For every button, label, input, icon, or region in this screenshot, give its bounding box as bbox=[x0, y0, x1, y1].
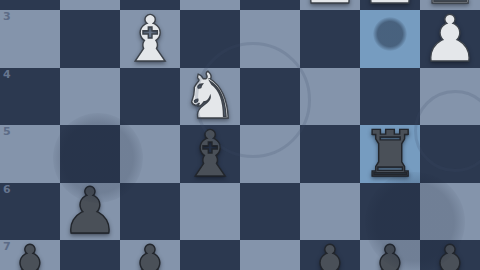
square-d7[interactable] bbox=[240, 240, 300, 270]
piece-white-pawn-b2[interactable]: ♟ bbox=[360, 0, 420, 10]
square-d5[interactable] bbox=[240, 125, 300, 183]
square-d6[interactable] bbox=[240, 183, 300, 241]
square-g3[interactable] bbox=[60, 10, 120, 68]
square-a4[interactable] bbox=[420, 68, 480, 126]
square-a7[interactable]: ♟ bbox=[420, 240, 480, 270]
rank-label-6: 6 bbox=[3, 184, 11, 195]
square-g6[interactable]: ♟ bbox=[60, 183, 120, 241]
square-h4[interactable]: 4 bbox=[0, 68, 60, 126]
square-f4[interactable] bbox=[120, 68, 180, 126]
rank-label-4: 4 bbox=[3, 69, 11, 80]
square-a3[interactable]: ♟ bbox=[420, 10, 480, 68]
square-d4[interactable] bbox=[240, 68, 300, 126]
piece-black-bishop-e5[interactable]: ♝ bbox=[180, 125, 240, 183]
square-g4[interactable] bbox=[60, 68, 120, 126]
square-h7[interactable]: 7♟ bbox=[0, 240, 60, 270]
square-f3[interactable]: ♝ bbox=[120, 10, 180, 68]
chess-board-screenshot: ♟♟♜3♝♟4♞5♝♜6♟7♟♟♟♟♟ bbox=[0, 0, 480, 270]
piece-white-bishop-f3[interactable]: ♝ bbox=[120, 10, 180, 68]
rank-label-5: 5 bbox=[3, 126, 11, 137]
square-f5[interactable] bbox=[120, 125, 180, 183]
piece-black-pawn-a7[interactable]: ♟ bbox=[420, 240, 480, 270]
piece-black-pawn-c7[interactable]: ♟ bbox=[300, 240, 360, 270]
square-c5[interactable] bbox=[300, 125, 360, 183]
move-origin-shadow bbox=[373, 17, 407, 51]
square-b3[interactable] bbox=[360, 10, 420, 68]
square-h5[interactable]: 5 bbox=[0, 125, 60, 183]
square-e2[interactable] bbox=[180, 0, 240, 10]
piece-black-pawn-f7[interactable]: ♟ bbox=[120, 240, 180, 270]
square-h3[interactable]: 3 bbox=[0, 10, 60, 68]
square-a5[interactable] bbox=[420, 125, 480, 183]
square-h2[interactable] bbox=[0, 0, 60, 10]
rank-label-3: 3 bbox=[3, 11, 11, 22]
square-c4[interactable] bbox=[300, 68, 360, 126]
piece-white-pawn-c2[interactable]: ♟ bbox=[300, 0, 360, 10]
square-c7[interactable]: ♟ bbox=[300, 240, 360, 270]
square-g7[interactable] bbox=[60, 240, 120, 270]
square-b2[interactable]: ♟ bbox=[360, 0, 420, 10]
square-b7[interactable]: ♟ bbox=[360, 240, 420, 270]
square-e6[interactable] bbox=[180, 183, 240, 241]
square-d2[interactable] bbox=[240, 0, 300, 10]
piece-black-pawn-h7[interactable]: ♟ bbox=[0, 240, 60, 270]
square-d3[interactable] bbox=[240, 10, 300, 68]
square-c3[interactable] bbox=[300, 10, 360, 68]
square-c2[interactable]: ♟ bbox=[300, 0, 360, 10]
piece-white-pawn-a3[interactable]: ♟ bbox=[420, 10, 480, 68]
square-e5[interactable]: ♝ bbox=[180, 125, 240, 183]
square-f7[interactable]: ♟ bbox=[120, 240, 180, 270]
piece-black-pawn-b7[interactable]: ♟ bbox=[360, 240, 420, 270]
square-b5[interactable]: ♜ bbox=[360, 125, 420, 183]
piece-black-rook-b5[interactable]: ♜ bbox=[360, 125, 420, 183]
piece-black-pawn-g6[interactable]: ♟ bbox=[60, 183, 120, 241]
chess-board: ♟♟♜3♝♟4♞5♝♜6♟7♟♟♟♟♟ bbox=[0, 0, 480, 270]
square-g2[interactable] bbox=[60, 0, 120, 10]
square-e7[interactable] bbox=[180, 240, 240, 270]
